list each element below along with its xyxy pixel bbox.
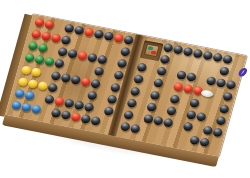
black-track-peg[interactable] bbox=[123, 35, 134, 45]
blue-latch-pin[interactable] bbox=[208, 156, 216, 165]
black-track-peg[interactable] bbox=[103, 106, 114, 116]
black-track-peg[interactable] bbox=[218, 104, 229, 114]
black-track-peg[interactable] bbox=[222, 92, 233, 102]
black-track-peg[interactable] bbox=[109, 82, 120, 92]
board-hole bbox=[207, 139, 220, 153]
black-track-peg[interactable] bbox=[225, 80, 236, 90]
photo-stage bbox=[0, 0, 250, 178]
black-track-peg[interactable] bbox=[113, 70, 124, 80]
brass-hinge-pin bbox=[128, 141, 132, 144]
black-track-peg[interactable] bbox=[119, 47, 130, 57]
brass-hinge-pin bbox=[86, 133, 90, 136]
black-track-peg[interactable] bbox=[215, 115, 226, 125]
black-track-peg[interactable] bbox=[212, 127, 223, 137]
colour-die[interactable] bbox=[144, 44, 160, 58]
black-track-peg[interactable] bbox=[116, 58, 127, 68]
black-track-peg[interactable] bbox=[106, 94, 117, 104]
